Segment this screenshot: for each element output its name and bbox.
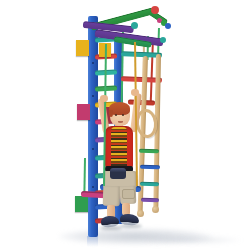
- child-mouth: [118, 121, 123, 123]
- side-block: [77, 104, 90, 120]
- child-shirt-print: [111, 127, 127, 167]
- hanging-rope: [134, 42, 138, 186]
- child-belt-pouch: [110, 168, 126, 179]
- wood-ladder-knob: [137, 210, 144, 217]
- side-block: [76, 40, 89, 56]
- beam-end-cap: [160, 37, 166, 43]
- hanging-rope: [150, 38, 154, 102]
- child-cargo-pocket: [122, 189, 135, 199]
- wood-ladder-knob: [152, 206, 159, 213]
- child-hair-side: [109, 110, 113, 117]
- child-shorts-left-leg: [102, 186, 119, 207]
- side-block: [75, 196, 88, 212]
- hanging-rope: [83, 158, 85, 194]
- beam-end-cap: [151, 6, 159, 14]
- floor-shadow-right: [140, 235, 245, 245]
- rail-reflection: [87, 236, 98, 247]
- beam-end-cap: [165, 23, 171, 29]
- product-photo-stage: [0, 0, 250, 250]
- wood-ladder-rung: [141, 198, 159, 203]
- beam-end-cap: [131, 22, 138, 29]
- child-left-hand: [100, 95, 108, 102]
- child-right-hand: [131, 89, 139, 96]
- child-right-shoe: [119, 213, 138, 225]
